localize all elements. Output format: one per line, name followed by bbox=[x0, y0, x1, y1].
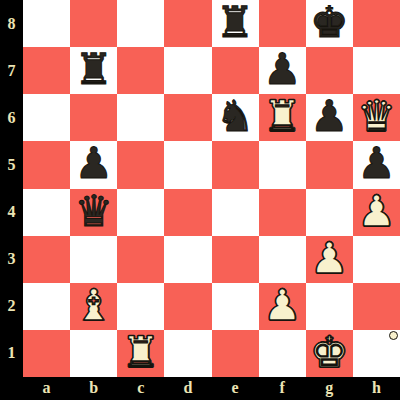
square-b1[interactable] bbox=[70, 330, 117, 377]
square-d3[interactable] bbox=[164, 236, 211, 283]
square-a1[interactable] bbox=[23, 330, 70, 377]
square-d1[interactable] bbox=[164, 330, 211, 377]
square-g6[interactable]: ♟ bbox=[306, 94, 353, 141]
file-label-g: g bbox=[306, 377, 353, 400]
square-h7[interactable] bbox=[353, 47, 400, 94]
chess-board[interactable]: ♜♚♜♟♞♜♟♛♟♟♛♟♟♝♟♜♚ bbox=[23, 0, 400, 377]
square-d7[interactable] bbox=[164, 47, 211, 94]
square-f4[interactable] bbox=[259, 189, 306, 236]
square-c2[interactable] bbox=[117, 283, 164, 330]
white-bishop-b2[interactable]: ♝ bbox=[74, 284, 113, 327]
square-f7[interactable]: ♟ bbox=[259, 47, 306, 94]
black-king-g8[interactable]: ♚ bbox=[310, 1, 349, 44]
rank-label-1: 1 bbox=[0, 330, 23, 377]
square-f8[interactable] bbox=[259, 0, 306, 47]
file-label-b: b bbox=[70, 377, 117, 400]
white-rook-f6[interactable]: ♜ bbox=[263, 95, 302, 138]
square-b8[interactable] bbox=[70, 0, 117, 47]
square-d8[interactable] bbox=[164, 0, 211, 47]
rank-labels: 87654321 bbox=[0, 0, 23, 377]
file-label-c: c bbox=[117, 377, 164, 400]
square-h3[interactable] bbox=[353, 236, 400, 283]
square-f3[interactable] bbox=[259, 236, 306, 283]
black-rook-b7[interactable]: ♜ bbox=[74, 48, 113, 91]
file-label-f: f bbox=[259, 377, 306, 400]
square-b5[interactable]: ♟ bbox=[70, 141, 117, 188]
square-g7[interactable] bbox=[306, 47, 353, 94]
square-a7[interactable] bbox=[23, 47, 70, 94]
square-a6[interactable] bbox=[23, 94, 70, 141]
file-label-d: d bbox=[164, 377, 211, 400]
square-c1[interactable]: ♜ bbox=[117, 330, 164, 377]
square-f6[interactable]: ♜ bbox=[259, 94, 306, 141]
square-h8[interactable] bbox=[353, 0, 400, 47]
black-pawn-b5[interactable]: ♟ bbox=[74, 142, 113, 185]
square-a2[interactable] bbox=[23, 283, 70, 330]
rank-label-2: 2 bbox=[0, 283, 23, 330]
square-c5[interactable] bbox=[117, 141, 164, 188]
square-g5[interactable] bbox=[306, 141, 353, 188]
square-b3[interactable] bbox=[70, 236, 117, 283]
white-king-g1[interactable]: ♚ bbox=[310, 331, 349, 374]
square-c8[interactable] bbox=[117, 0, 164, 47]
file-label-a: a bbox=[23, 377, 70, 400]
square-h6[interactable]: ♛ bbox=[353, 94, 400, 141]
file-label-h: h bbox=[353, 377, 400, 400]
black-pawn-h5[interactable]: ♟ bbox=[357, 142, 396, 185]
square-g2[interactable] bbox=[306, 283, 353, 330]
white-to-move-indicator bbox=[389, 331, 398, 340]
square-a8[interactable] bbox=[23, 0, 70, 47]
square-a5[interactable] bbox=[23, 141, 70, 188]
square-f1[interactable] bbox=[259, 330, 306, 377]
white-pawn-g3[interactable]: ♟ bbox=[310, 237, 349, 280]
rank-label-6: 6 bbox=[0, 94, 23, 141]
square-h4[interactable]: ♟ bbox=[353, 189, 400, 236]
black-knight-e6[interactable]: ♞ bbox=[216, 95, 255, 138]
chess-board-frame: 87654321 ♜♚♜♟♞♜♟♛♟♟♛♟♟♝♟♜♚ abcdefgh bbox=[0, 0, 400, 400]
square-d5[interactable] bbox=[164, 141, 211, 188]
rank-label-3: 3 bbox=[0, 236, 23, 283]
square-d4[interactable] bbox=[164, 189, 211, 236]
square-g3[interactable]: ♟ bbox=[306, 236, 353, 283]
square-f2[interactable]: ♟ bbox=[259, 283, 306, 330]
square-b4[interactable]: ♛ bbox=[70, 189, 117, 236]
square-b2[interactable]: ♝ bbox=[70, 283, 117, 330]
square-a3[interactable] bbox=[23, 236, 70, 283]
square-d2[interactable] bbox=[164, 283, 211, 330]
square-e5[interactable] bbox=[212, 141, 259, 188]
square-c4[interactable] bbox=[117, 189, 164, 236]
white-queen-h6[interactable]: ♛ bbox=[357, 95, 396, 138]
file-label-e: e bbox=[212, 377, 259, 400]
file-labels: abcdefgh bbox=[23, 377, 400, 400]
square-h5[interactable]: ♟ bbox=[353, 141, 400, 188]
square-c6[interactable] bbox=[117, 94, 164, 141]
square-a4[interactable] bbox=[23, 189, 70, 236]
square-b6[interactable] bbox=[70, 94, 117, 141]
square-b7[interactable]: ♜ bbox=[70, 47, 117, 94]
square-e2[interactable] bbox=[212, 283, 259, 330]
square-e6[interactable]: ♞ bbox=[212, 94, 259, 141]
white-rook-c1[interactable]: ♜ bbox=[122, 331, 161, 374]
black-pawn-g6[interactable]: ♟ bbox=[310, 95, 349, 138]
square-d6[interactable] bbox=[164, 94, 211, 141]
white-pawn-h4[interactable]: ♟ bbox=[357, 190, 396, 233]
rank-label-8: 8 bbox=[0, 0, 23, 47]
square-c3[interactable] bbox=[117, 236, 164, 283]
square-g1[interactable]: ♚ bbox=[306, 330, 353, 377]
black-pawn-f7[interactable]: ♟ bbox=[263, 48, 302, 91]
square-e4[interactable] bbox=[212, 189, 259, 236]
square-g8[interactable]: ♚ bbox=[306, 0, 353, 47]
black-queen-b4[interactable]: ♛ bbox=[74, 190, 113, 233]
square-c7[interactable] bbox=[117, 47, 164, 94]
black-rook-e8[interactable]: ♜ bbox=[216, 1, 255, 44]
white-pawn-f2[interactable]: ♟ bbox=[263, 284, 302, 327]
square-e3[interactable] bbox=[212, 236, 259, 283]
square-e7[interactable] bbox=[212, 47, 259, 94]
square-g4[interactable] bbox=[306, 189, 353, 236]
square-e8[interactable]: ♜ bbox=[212, 0, 259, 47]
rank-label-7: 7 bbox=[0, 47, 23, 94]
square-f5[interactable] bbox=[259, 141, 306, 188]
square-h2[interactable] bbox=[353, 283, 400, 330]
rank-label-4: 4 bbox=[0, 189, 23, 236]
square-e1[interactable] bbox=[212, 330, 259, 377]
rank-label-5: 5 bbox=[0, 141, 23, 188]
